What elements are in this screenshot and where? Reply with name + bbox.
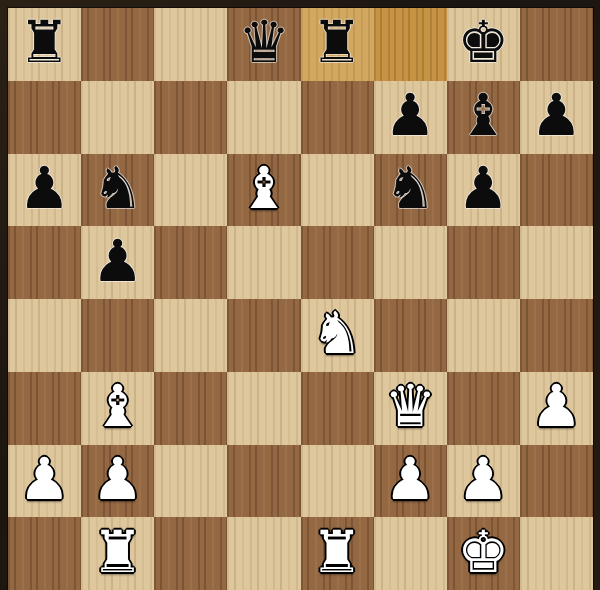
black-bishop[interactable]: ♝	[457, 86, 509, 144]
square-d8[interactable]: ♛	[227, 8, 300, 81]
square-h6[interactable]	[520, 154, 593, 227]
square-d1[interactable]	[227, 517, 300, 590]
square-d7[interactable]	[227, 81, 300, 154]
square-d6[interactable]: ♝	[227, 154, 300, 227]
square-d3[interactable]	[227, 372, 300, 445]
square-e7[interactable]	[301, 81, 374, 154]
square-g5[interactable]	[447, 226, 520, 299]
square-g3[interactable]	[447, 372, 520, 445]
white-bishop[interactable]: ♝	[92, 377, 144, 435]
white-pawn[interactable]: ♟	[19, 450, 71, 508]
white-pawn[interactable]: ♟	[457, 450, 509, 508]
black-king[interactable]: ♚	[457, 13, 509, 71]
square-c1[interactable]	[154, 517, 227, 590]
square-f3[interactable]: ♛	[374, 372, 447, 445]
square-h4[interactable]	[520, 299, 593, 372]
square-a2[interactable]: ♟	[8, 445, 81, 518]
square-e5[interactable]	[301, 226, 374, 299]
square-b6[interactable]: ♞	[81, 154, 154, 227]
square-c5[interactable]	[154, 226, 227, 299]
square-a8[interactable]: ♜	[8, 8, 81, 81]
white-queen[interactable]: ♛	[384, 377, 436, 435]
square-c8[interactable]	[154, 8, 227, 81]
square-a7[interactable]	[8, 81, 81, 154]
square-e3[interactable]	[301, 372, 374, 445]
square-a1[interactable]	[8, 517, 81, 590]
black-pawn[interactable]: ♟	[457, 159, 509, 217]
square-g4[interactable]	[447, 299, 520, 372]
black-knight[interactable]: ♞	[92, 159, 144, 217]
square-f1[interactable]	[374, 517, 447, 590]
white-pawn[interactable]: ♟	[384, 450, 436, 508]
square-b2[interactable]: ♟	[81, 445, 154, 518]
square-d4[interactable]	[227, 299, 300, 372]
square-e4[interactable]: ♞	[301, 299, 374, 372]
white-bishop[interactable]: ♝	[238, 159, 290, 217]
square-g1[interactable]: ♚	[447, 517, 520, 590]
square-f2[interactable]: ♟	[374, 445, 447, 518]
square-e1[interactable]: ♜	[301, 517, 374, 590]
black-pawn[interactable]: ♟	[530, 86, 582, 144]
square-f5[interactable]	[374, 226, 447, 299]
square-d2[interactable]	[227, 445, 300, 518]
square-f4[interactable]	[374, 299, 447, 372]
square-c6[interactable]	[154, 154, 227, 227]
square-a6[interactable]: ♟	[8, 154, 81, 227]
black-pawn[interactable]: ♟	[92, 232, 144, 290]
square-f6[interactable]: ♞	[374, 154, 447, 227]
square-g7[interactable]: ♝	[447, 81, 520, 154]
black-queen[interactable]: ♛	[238, 13, 290, 71]
square-e8[interactable]: ♜	[301, 8, 374, 81]
square-b7[interactable]	[81, 81, 154, 154]
square-c2[interactable]	[154, 445, 227, 518]
square-c3[interactable]	[154, 372, 227, 445]
square-g6[interactable]: ♟	[447, 154, 520, 227]
white-rook[interactable]: ♜	[311, 523, 363, 581]
square-e2[interactable]	[301, 445, 374, 518]
square-h3[interactable]: ♟	[520, 372, 593, 445]
square-c7[interactable]	[154, 81, 227, 154]
black-pawn[interactable]: ♟	[19, 159, 71, 217]
square-a4[interactable]	[8, 299, 81, 372]
black-pawn[interactable]: ♟	[384, 86, 436, 144]
square-h1[interactable]	[520, 517, 593, 590]
square-b3[interactable]: ♝	[81, 372, 154, 445]
white-king[interactable]: ♚	[457, 523, 509, 581]
black-rook[interactable]: ♜	[19, 13, 71, 71]
square-c4[interactable]	[154, 299, 227, 372]
square-h5[interactable]	[520, 226, 593, 299]
black-knight[interactable]: ♞	[384, 159, 436, 217]
black-rook[interactable]: ♜	[311, 13, 363, 71]
square-b5[interactable]: ♟	[81, 226, 154, 299]
square-e6[interactable]	[301, 154, 374, 227]
square-h8[interactable]	[520, 8, 593, 81]
white-pawn[interactable]: ♟	[530, 377, 582, 435]
square-b1[interactable]: ♜	[81, 517, 154, 590]
square-h2[interactable]	[520, 445, 593, 518]
square-g8[interactable]: ♚	[447, 8, 520, 81]
square-g2[interactable]: ♟	[447, 445, 520, 518]
square-f7[interactable]: ♟	[374, 81, 447, 154]
white-rook[interactable]: ♜	[92, 523, 144, 581]
square-a5[interactable]	[8, 226, 81, 299]
white-pawn[interactable]: ♟	[92, 450, 144, 508]
board-frame: ♜♛♜♚♟♝♟♟♞♝♞♟♟♞♝♛♟♟♟♟♟♜♜♚	[0, 0, 600, 590]
white-knight[interactable]: ♞	[311, 304, 363, 362]
square-f8[interactable]	[374, 8, 447, 81]
square-d5[interactable]	[227, 226, 300, 299]
chess-board: ♜♛♜♚♟♝♟♟♞♝♞♟♟♞♝♛♟♟♟♟♟♜♜♚	[8, 8, 593, 590]
square-b8[interactable]	[81, 8, 154, 81]
square-b4[interactable]	[81, 299, 154, 372]
square-a3[interactable]	[8, 372, 81, 445]
square-h7[interactable]: ♟	[520, 81, 593, 154]
